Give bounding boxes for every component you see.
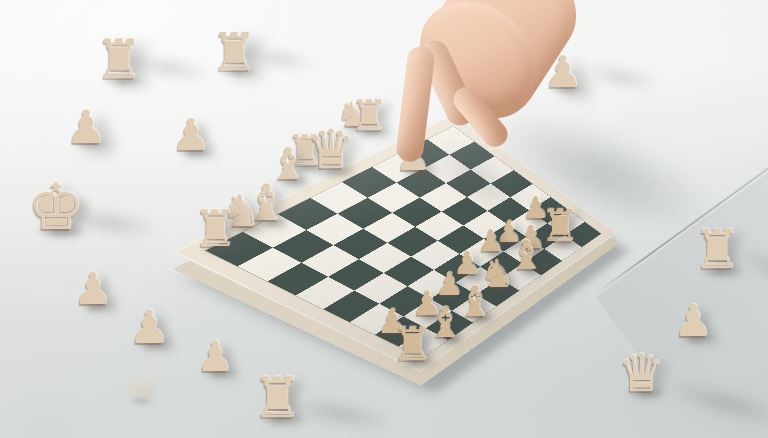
piece-pawn[interactable]: ♟ (73, 267, 112, 311)
piece-pawn-in-hand[interactable]: ♟ (395, 136, 431, 176)
piece-rook[interactable]: ♜ (693, 223, 741, 277)
piece-king[interactable]: ♚ (27, 175, 84, 239)
scene: ♜♜♟♟♚♟♟♟♜♟♟♜♟♛♜♞♝♝♜♛♞♜♟♟♜♟♟♝♟♞♟♟♝♟♝♟♜ (0, 0, 768, 438)
piece-pawn[interactable]: ♟ (121, 373, 157, 407)
piece-rook[interactable]: ♜ (252, 370, 302, 426)
piece-pawn[interactable]: ♟ (543, 50, 582, 94)
piece-pawn[interactable]: ♟ (171, 113, 210, 157)
piece-pawn[interactable]: ♟ (128, 304, 169, 350)
piece-rook[interactable]: ♜ (350, 95, 388, 137)
piece-rook[interactable]: ♜ (95, 33, 143, 87)
piece-rook[interactable]: ♜ (391, 321, 432, 367)
cast-shadow (579, 61, 661, 93)
piece-pawn[interactable]: ♟ (673, 299, 712, 343)
piece-rook[interactable]: ♜ (211, 26, 258, 78)
piece-pawn[interactable]: ♟ (65, 104, 106, 150)
piece-rook[interactable]: ♜ (540, 204, 579, 248)
piece-queen[interactable]: ♛ (307, 123, 355, 177)
piece-queen[interactable]: ♛ (618, 347, 665, 399)
piece-rook[interactable]: ♜ (193, 204, 238, 254)
piece-pawn[interactable]: ♟ (196, 336, 234, 378)
